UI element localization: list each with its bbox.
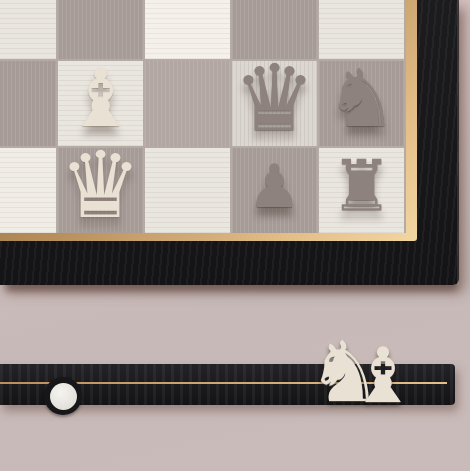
board-square[interactable]: ♜ [319, 148, 404, 233]
board-square[interactable] [145, 61, 230, 146]
black-pawn-piece[interactable]: ♟ [248, 156, 302, 216]
board-square[interactable] [0, 61, 56, 146]
board-square[interactable]: ♛ [58, 148, 143, 233]
white-bishop-piece[interactable]: ♝ [349, 338, 417, 414]
board-square[interactable] [319, 0, 404, 59]
chess-board[interactable]: ♝♛♞♛♟♜ [0, 0, 404, 233]
board-square[interactable] [0, 0, 56, 59]
magnet-disc-face [50, 383, 77, 410]
white-bishop-piece[interactable]: ♝ [65, 59, 137, 139]
board-square[interactable]: ♞ [319, 61, 404, 146]
board-square[interactable] [0, 148, 56, 233]
white-queen-piece[interactable]: ♛ [59, 140, 141, 232]
board-square[interactable]: ♛ [232, 61, 317, 146]
black-queen-piece[interactable]: ♛ [233, 53, 315, 145]
board-square[interactable] [58, 0, 143, 59]
board-square[interactable]: ♟ [232, 148, 317, 233]
board-square[interactable] [145, 148, 230, 233]
scene: ♝♛♞♛♟♜ ♞ ♝ [0, 0, 470, 471]
board-square[interactable] [145, 0, 230, 59]
board-viewport: ♝♛♞♛♟♜ [0, 0, 406, 233]
black-knight-piece[interactable]: ♞ [326, 59, 398, 139]
magnet-disc[interactable] [44, 377, 82, 415]
black-rook-piece[interactable]: ♜ [330, 151, 393, 221]
board-frame: ♝♛♞♛♟♜ [0, 0, 459, 285]
